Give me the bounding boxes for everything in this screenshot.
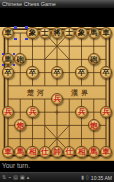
piece-glyph: 車 xyxy=(102,29,110,37)
piece-black-soldier[interactable]: 卒 xyxy=(26,66,38,78)
piece-glyph: 象 xyxy=(78,29,86,37)
piece-glyph: 相 xyxy=(29,148,37,156)
piece-glyph: 砲 xyxy=(90,56,98,64)
notification-icon: ▣ xyxy=(20,175,25,180)
piece-glyph: 卒 xyxy=(53,69,61,77)
piece-black-soldier[interactable]: 卒 xyxy=(51,66,63,78)
piece-black-cannon[interactable]: 砲 xyxy=(14,53,26,65)
clock-text: 10:35 AM xyxy=(91,175,112,181)
piece-glyph: 士 xyxy=(66,29,74,37)
piece-black-elephant[interactable]: 象 xyxy=(26,27,38,39)
piece-glyph: 砲 xyxy=(17,56,25,64)
network-icon: ▴ xyxy=(27,175,30,180)
piece-glyph: 兵 xyxy=(53,95,61,103)
piece-black-chariot[interactable]: 車 xyxy=(2,27,14,39)
piece-glyph: 兵 xyxy=(78,108,86,116)
piece-glyph: 象 xyxy=(29,29,37,37)
piece-glyph: 馬 xyxy=(90,29,98,37)
piece-black-cannon[interactable]: 砲 xyxy=(88,53,100,65)
piece-glyph: 兵 xyxy=(4,108,12,116)
turn-status-text: Your turn. xyxy=(2,162,30,169)
piece-black-soldier[interactable]: 卒 xyxy=(2,66,14,78)
piece-black-soldier[interactable]: 卒 xyxy=(75,66,87,78)
piece-glyph: 相 xyxy=(78,148,86,156)
piece-glyph: 將 xyxy=(53,29,61,37)
system-status-bar: ⇅⌁▤▣▴ ▮▯ 10:35 AM xyxy=(0,172,114,182)
piece-black-chariot[interactable]: 車 xyxy=(100,27,112,39)
debug-icon: ⌁ xyxy=(8,175,11,180)
piece-red-chariot[interactable]: 車 xyxy=(2,146,14,158)
piece-glyph: 仕 xyxy=(41,148,49,156)
signal-bars-icon: ▮ xyxy=(81,175,84,180)
title-bar: Chinese Chess Game xyxy=(0,0,114,9)
piece-black-elephant[interactable]: 象 xyxy=(75,27,87,39)
piece-red-elephant[interactable]: 相 xyxy=(26,146,38,158)
piece-black-soldier[interactable]: 卒 xyxy=(100,66,112,78)
piece-glyph: 帥 xyxy=(53,148,61,156)
piece-red-soldier[interactable]: 兵 xyxy=(75,106,87,118)
piece-red-horse[interactable]: 馬 xyxy=(88,146,100,158)
app-screen: Chinese Chess Game 楚河 漢界 車象士將士象馬車馬砲砲卒卒卒卒… xyxy=(0,0,114,182)
piece-glyph: 士 xyxy=(41,29,49,37)
piece-red-elephant[interactable]: 相 xyxy=(75,146,87,158)
piece-glyph: 馬 xyxy=(90,148,98,156)
piece-black-advisor[interactable]: 士 xyxy=(39,27,51,39)
sd-card-icon: ▤ xyxy=(13,175,18,180)
piece-black-general[interactable]: 將 xyxy=(51,27,63,39)
piece-red-advisor[interactable]: 仕 xyxy=(39,146,51,158)
piece-red-horse[interactable]: 馬 xyxy=(14,146,26,158)
battery-icon: ▯ xyxy=(86,175,89,180)
piece-red-soldier[interactable]: 兵 xyxy=(51,93,63,105)
xiangqi-board[interactable]: 楚河 漢界 車象士將士象馬車馬砲砲卒卒卒卒卒兵兵兵兵兵炮炮車馬相仕帥仕相馬車 xyxy=(0,27,114,161)
piece-red-general[interactable]: 帥 xyxy=(51,146,63,158)
piece-glyph: 車 xyxy=(102,148,110,156)
piece-glyph: 卒 xyxy=(4,69,12,77)
piece-red-soldier[interactable]: 兵 xyxy=(2,106,14,118)
piece-glyph: 卒 xyxy=(29,69,37,77)
piece-red-chariot[interactable]: 車 xyxy=(100,146,112,158)
piece-black-horse[interactable]: 馬 xyxy=(88,27,100,39)
status-bar-right: ▮▯ 10:35 AM xyxy=(81,175,112,181)
piece-glyph: 仕 xyxy=(66,148,74,156)
piece-glyph: 炮 xyxy=(17,122,25,130)
piece-glyph: 車 xyxy=(4,29,12,37)
piece-red-cannon[interactable]: 炮 xyxy=(88,119,100,131)
piece-glyph: 卒 xyxy=(78,69,86,77)
piece-red-soldier[interactable]: 兵 xyxy=(100,106,112,118)
status-bar-left-icons: ⇅⌁▤▣▴ xyxy=(2,175,29,180)
piece-black-advisor[interactable]: 士 xyxy=(63,27,75,39)
piece-glyph: 車 xyxy=(4,148,12,156)
piece-glyph: 兵 xyxy=(29,108,37,116)
app-title: Chinese Chess Game xyxy=(0,0,114,9)
piece-red-advisor[interactable]: 仕 xyxy=(63,146,75,158)
piece-glyph: 馬 xyxy=(4,56,12,64)
piece-glyph: 兵 xyxy=(102,108,110,116)
piece-glyph: 馬 xyxy=(17,148,25,156)
piece-glyph: 卒 xyxy=(102,69,110,77)
usb-icon: ⇅ xyxy=(2,175,6,180)
piece-red-cannon[interactable]: 炮 xyxy=(14,119,26,131)
piece-red-soldier[interactable]: 兵 xyxy=(26,106,38,118)
board-intersections: 車象士將士象馬車馬砲砲卒卒卒卒卒兵兵兵兵兵炮炮車馬相仕帥仕相馬車 xyxy=(2,26,112,158)
piece-glyph: 炮 xyxy=(90,122,98,130)
